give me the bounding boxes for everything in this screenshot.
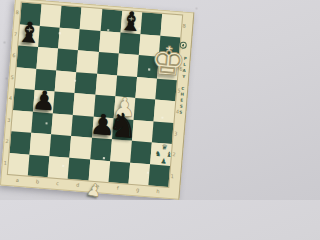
table-specks: [0, 0, 1, 1]
corner-emblem: ♛♞♝♟: [154, 144, 176, 168]
rank-label-right-1: 1: [169, 174, 175, 179]
emblem-glyph-3: ♟: [160, 158, 167, 165]
square-b2[interactable]: [30, 133, 52, 156]
chess-board[interactable]: 8765432187654321abcdefgh ♝♝♚♟♟♟♞ PLAY CH…: [0, 0, 194, 200]
square-d1[interactable]: [68, 157, 90, 180]
square-c5[interactable]: [55, 70, 77, 93]
square-g1[interactable]: [128, 162, 150, 185]
square-d7[interactable]: [78, 29, 100, 52]
square-b1[interactable]: [28, 154, 50, 177]
piece-black-knight-f3[interactable]: ♞: [105, 107, 141, 143]
square-a2[interactable]: [10, 131, 32, 154]
square-c8[interactable]: [60, 6, 82, 29]
square-f1[interactable]: [108, 161, 130, 184]
file-label-f: f: [115, 186, 121, 191]
square-e6[interactable]: [97, 52, 119, 75]
square-a3[interactable]: [11, 110, 33, 133]
square-d5[interactable]: [75, 72, 97, 95]
square-c7[interactable]: [58, 27, 80, 50]
file-label-g: g: [135, 187, 141, 192]
piece-black-bishop-a7[interactable]: ♝: [14, 19, 44, 49]
captured-white-pawn[interactable]: ♟: [82, 180, 105, 200]
rank-label-right-3: 3: [172, 131, 178, 136]
square-h4[interactable]: [153, 100, 175, 123]
square-c3[interactable]: [51, 113, 73, 136]
table-surface: { "game": "chess", "scene": "overhead ph…: [0, 0, 200, 200]
square-f6[interactable]: [117, 53, 139, 76]
file-label-a: a: [14, 178, 20, 183]
square-h3[interactable]: [152, 121, 174, 144]
square-d6[interactable]: [77, 50, 99, 73]
file-label-b: b: [34, 179, 40, 184]
file-label-d: d: [74, 182, 80, 187]
square-c2[interactable]: [50, 134, 72, 157]
square-b6[interactable]: [37, 47, 59, 70]
file-label-h: h: [155, 189, 161, 194]
square-h8[interactable]: [160, 14, 182, 37]
square-h1[interactable]: [148, 164, 170, 187]
piece-black-bishop-f8[interactable]: ♝: [117, 7, 145, 35]
piece-black-pawn-b4[interactable]: ♟: [30, 86, 58, 114]
square-d8[interactable]: [80, 7, 102, 30]
square-c6[interactable]: [57, 49, 79, 72]
square-e7[interactable]: [98, 30, 120, 53]
square-c1[interactable]: [48, 156, 70, 179]
file-label-c: c: [54, 181, 60, 186]
rank-label-right-8: 8: [181, 24, 187, 29]
square-a1[interactable]: [8, 153, 30, 176]
